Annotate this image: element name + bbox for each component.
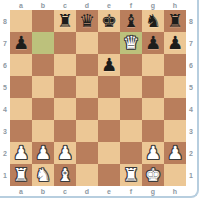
file-label-g: g xyxy=(142,186,164,196)
square-b7[interactable] xyxy=(32,32,54,54)
square-b5[interactable] xyxy=(32,76,54,98)
square-c1[interactable]: ♝ xyxy=(54,164,76,186)
square-b2[interactable]: ♟ xyxy=(32,142,54,164)
rank-label-2: 2 xyxy=(186,142,196,164)
square-a2[interactable]: ♟ xyxy=(10,142,32,164)
square-c7[interactable] xyxy=(54,32,76,54)
rank-label-7: 7 xyxy=(0,32,10,54)
square-f5[interactable] xyxy=(120,76,142,98)
square-c6[interactable] xyxy=(54,54,76,76)
square-c8[interactable]: ♜ xyxy=(54,10,76,32)
square-c2[interactable]: ♟ xyxy=(54,142,76,164)
file-labels-top: abcdefgh xyxy=(10,0,197,10)
square-g7[interactable]: ♟ xyxy=(142,32,164,54)
rank-label-4: 4 xyxy=(186,98,196,120)
square-f8[interactable]: ♝ xyxy=(120,10,142,32)
square-g1[interactable]: ♚ xyxy=(142,164,164,186)
square-h4[interactable] xyxy=(164,98,186,120)
white-knight-b1: ♞ xyxy=(35,164,51,186)
file-label-c: c xyxy=(54,0,76,10)
black-rook-h8: ♜ xyxy=(167,10,183,32)
file-label-d: d xyxy=(76,0,98,10)
rank-label-7: 7 xyxy=(186,32,196,54)
file-label-e: e xyxy=(98,186,120,196)
black-king-e8: ♚ xyxy=(101,10,117,32)
file-label-c: c xyxy=(54,186,76,196)
rank-label-6: 6 xyxy=(186,54,196,76)
white-queen-f7: ♛ xyxy=(123,32,139,54)
square-b3[interactable] xyxy=(32,120,54,142)
square-a8[interactable] xyxy=(10,10,32,32)
square-b1[interactable]: ♞ xyxy=(32,164,54,186)
square-a7[interactable]: ♟ xyxy=(10,32,32,54)
square-g5[interactable] xyxy=(142,76,164,98)
square-h3[interactable] xyxy=(164,120,186,142)
square-f7[interactable]: ♛ xyxy=(120,32,142,54)
square-c5[interactable] xyxy=(54,76,76,98)
rank-label-4: 4 xyxy=(0,98,10,120)
square-e7[interactable] xyxy=(98,32,120,54)
chess-board: ♜♛♚♝♞♜♟♛♟♟♟♟♟♟♟♟♜♞♝♜♚ xyxy=(10,10,186,186)
square-h8[interactable]: ♜ xyxy=(164,10,186,32)
file-label-a: a xyxy=(10,0,32,10)
square-d7[interactable] xyxy=(76,32,98,54)
white-pawn-c2: ♟ xyxy=(57,142,73,164)
rank-label-8: 8 xyxy=(0,10,10,32)
white-pawn-g2: ♟ xyxy=(145,142,161,164)
rank-labels-left: 87654321 xyxy=(0,10,10,186)
white-pawn-b2: ♟ xyxy=(35,142,51,164)
file-labels-bottom: abcdefgh xyxy=(10,186,197,196)
square-g6[interactable] xyxy=(142,54,164,76)
square-h5[interactable] xyxy=(164,76,186,98)
black-queen-d8: ♛ xyxy=(79,10,95,32)
square-g3[interactable] xyxy=(142,120,164,142)
file-label-g: g xyxy=(142,0,164,10)
black-pawn-h7: ♟ xyxy=(167,32,183,54)
square-a4[interactable] xyxy=(10,98,32,120)
square-g8[interactable]: ♞ xyxy=(142,10,164,32)
square-f6[interactable] xyxy=(120,54,142,76)
black-pawn-g7: ♟ xyxy=(145,32,161,54)
square-f1[interactable]: ♜ xyxy=(120,164,142,186)
square-d8[interactable]: ♛ xyxy=(76,10,98,32)
file-label-f: f xyxy=(120,186,142,196)
square-b6[interactable] xyxy=(32,54,54,76)
white-pawn-a2: ♟ xyxy=(13,142,29,164)
square-g2[interactable]: ♟ xyxy=(142,142,164,164)
square-h6[interactable] xyxy=(164,54,186,76)
black-knight-g8: ♞ xyxy=(145,10,161,32)
white-bishop-c1: ♝ xyxy=(57,164,73,186)
square-a3[interactable] xyxy=(10,120,32,142)
black-bishop-f8: ♝ xyxy=(123,10,139,32)
rank-label-2: 2 xyxy=(0,142,10,164)
rank-label-8: 8 xyxy=(186,10,196,32)
black-rook-c8: ♜ xyxy=(57,10,73,32)
square-h7[interactable]: ♟ xyxy=(164,32,186,54)
file-label-f: f xyxy=(120,0,142,10)
file-label-b: b xyxy=(32,186,54,196)
square-f3[interactable] xyxy=(120,120,142,142)
square-g4[interactable] xyxy=(142,98,164,120)
square-b4[interactable] xyxy=(32,98,54,120)
square-a6[interactable] xyxy=(10,54,32,76)
square-b8[interactable] xyxy=(32,10,54,32)
square-c3[interactable] xyxy=(54,120,76,142)
black-pawn-a7: ♟ xyxy=(13,32,29,54)
square-c4[interactable] xyxy=(54,98,76,120)
square-e4[interactable] xyxy=(98,98,120,120)
rank-label-5: 5 xyxy=(0,76,10,98)
square-e5[interactable] xyxy=(98,76,120,98)
square-e1[interactable] xyxy=(98,164,120,186)
square-f4[interactable] xyxy=(120,98,142,120)
square-a1[interactable]: ♜ xyxy=(10,164,32,186)
rank-label-3: 3 xyxy=(186,120,196,142)
square-f2[interactable] xyxy=(120,142,142,164)
square-d5[interactable] xyxy=(76,76,98,98)
rank-label-3: 3 xyxy=(0,120,10,142)
file-label-a: a xyxy=(10,186,32,196)
square-h1[interactable] xyxy=(164,164,186,186)
rank-labels-right: 87654321 xyxy=(186,10,196,186)
square-d3[interactable] xyxy=(76,120,98,142)
square-e3[interactable] xyxy=(98,120,120,142)
file-label-h: h xyxy=(164,186,186,196)
rank-label-1: 1 xyxy=(186,164,196,186)
square-e8[interactable]: ♚ xyxy=(98,10,120,32)
white-rook-a1: ♜ xyxy=(13,164,29,186)
square-e2[interactable] xyxy=(98,142,120,164)
square-d6[interactable] xyxy=(76,54,98,76)
square-d2[interactable] xyxy=(76,142,98,164)
square-h2[interactable]: ♟ xyxy=(164,142,186,164)
square-e6[interactable]: ♟ xyxy=(98,54,120,76)
square-d4[interactable] xyxy=(76,98,98,120)
white-king-g1: ♚ xyxy=(145,164,161,186)
file-label-e: e xyxy=(98,0,120,10)
square-a5[interactable] xyxy=(10,76,32,98)
white-rook-f1: ♜ xyxy=(123,164,139,186)
file-label-d: d xyxy=(76,186,98,196)
file-label-h: h xyxy=(164,0,186,10)
black-pawn-e6: ♟ xyxy=(101,54,117,76)
white-pawn-h2: ♟ xyxy=(167,142,183,164)
rank-label-5: 5 xyxy=(186,76,196,98)
file-label-b: b xyxy=(32,0,54,10)
chess-board-widget: abcdefgh 87654321 ♜♛♚♝♞♜♟♛♟♟♟♟♟♟♟♟♜♞♝♜♚ … xyxy=(0,0,199,198)
rank-label-6: 6 xyxy=(0,54,10,76)
rank-label-1: 1 xyxy=(0,164,10,186)
square-d1[interactable] xyxy=(76,164,98,186)
